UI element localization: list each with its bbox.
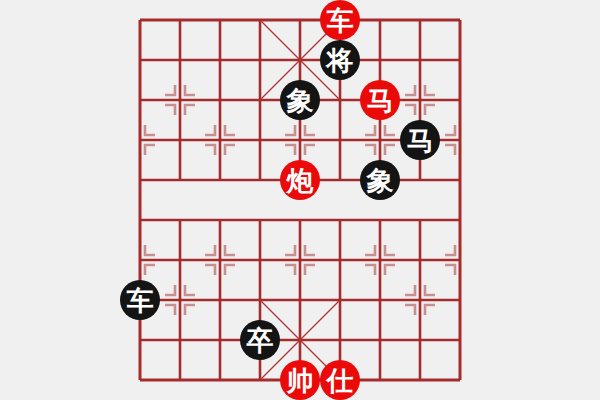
black-general[interactable]: 将 xyxy=(320,40,360,80)
red-chariot[interactable]: 车 xyxy=(320,0,360,40)
black-chariot[interactable]: 车 xyxy=(120,280,160,320)
black-elephant[interactable]: 象 xyxy=(280,80,320,120)
red-king[interactable]: 帅 xyxy=(280,360,320,400)
red-advisor[interactable]: 仕 xyxy=(320,360,360,400)
board-grid-lines xyxy=(120,0,480,400)
screen-background: 车将象马马炮象车卒帅仕 xyxy=(0,0,600,400)
black-elephant[interactable]: 象 xyxy=(360,160,400,200)
black-soldier[interactable]: 卒 xyxy=(240,320,280,360)
red-horse[interactable]: 马 xyxy=(360,80,400,120)
xiangqi-board[interactable]: 车将象马马炮象车卒帅仕 xyxy=(120,0,480,400)
red-cannon[interactable]: 炮 xyxy=(280,160,320,200)
black-horse[interactable]: 马 xyxy=(400,120,440,160)
